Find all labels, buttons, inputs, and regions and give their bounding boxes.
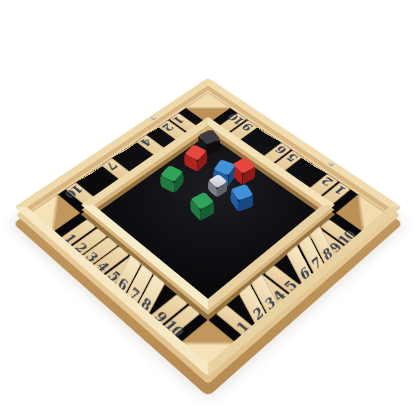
screw-icon <box>150 116 157 121</box>
shut-the-box-photo: 1234567891012345678910123456789101234567… <box>0 0 416 416</box>
game-board: 1234567891012345678910123456789101234567… <box>16 86 401 385</box>
screw-icon <box>328 161 335 166</box>
